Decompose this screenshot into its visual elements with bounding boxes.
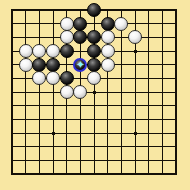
grid-line-horizontal bbox=[11, 133, 177, 134]
grid-line-horizontal bbox=[11, 160, 177, 161]
white-stone bbox=[19, 44, 33, 58]
go-board[interactable]: ✦ bbox=[12, 10, 176, 174]
last-move-star-icon: ✦ bbox=[76, 60, 84, 70]
white-stone bbox=[19, 58, 33, 72]
go-board-background: ✦ bbox=[0, 0, 190, 190]
white-stone bbox=[46, 71, 60, 85]
hoshi-point bbox=[52, 132, 55, 135]
white-stone bbox=[60, 30, 74, 44]
grid-line-horizontal bbox=[11, 119, 177, 120]
black-stone bbox=[101, 17, 115, 31]
white-stone bbox=[101, 58, 115, 72]
white-stone bbox=[87, 71, 101, 85]
black-stone bbox=[73, 30, 87, 44]
marked-black-stone: ✦ bbox=[73, 58, 87, 72]
white-stone bbox=[60, 85, 74, 99]
black-stone bbox=[87, 30, 101, 44]
grid-line-vertical bbox=[162, 9, 163, 175]
black-stone bbox=[87, 44, 101, 58]
white-stone bbox=[60, 17, 74, 31]
black-stone bbox=[73, 17, 87, 31]
grid-line-horizontal bbox=[11, 146, 177, 147]
grid-line-horizontal bbox=[11, 173, 177, 175]
white-stone bbox=[32, 44, 46, 58]
white-stone bbox=[101, 30, 115, 44]
grid-line-vertical bbox=[148, 9, 149, 175]
black-stone bbox=[87, 58, 101, 72]
grid-line-vertical bbox=[121, 9, 122, 175]
white-stone bbox=[73, 85, 87, 99]
hoshi-point bbox=[134, 50, 137, 53]
black-stone bbox=[60, 44, 74, 58]
hoshi-point bbox=[93, 91, 96, 94]
black-stone bbox=[32, 58, 46, 72]
hoshi-point bbox=[134, 132, 137, 135]
black-stone bbox=[46, 58, 60, 72]
white-stone bbox=[46, 44, 60, 58]
black-stone bbox=[60, 71, 74, 85]
white-stone bbox=[128, 30, 142, 44]
grid-line-horizontal bbox=[11, 105, 177, 106]
black-stone bbox=[87, 3, 101, 17]
grid-line-vertical bbox=[175, 9, 177, 175]
white-stone bbox=[32, 71, 46, 85]
white-stone bbox=[114, 17, 128, 31]
white-stone bbox=[101, 44, 115, 58]
